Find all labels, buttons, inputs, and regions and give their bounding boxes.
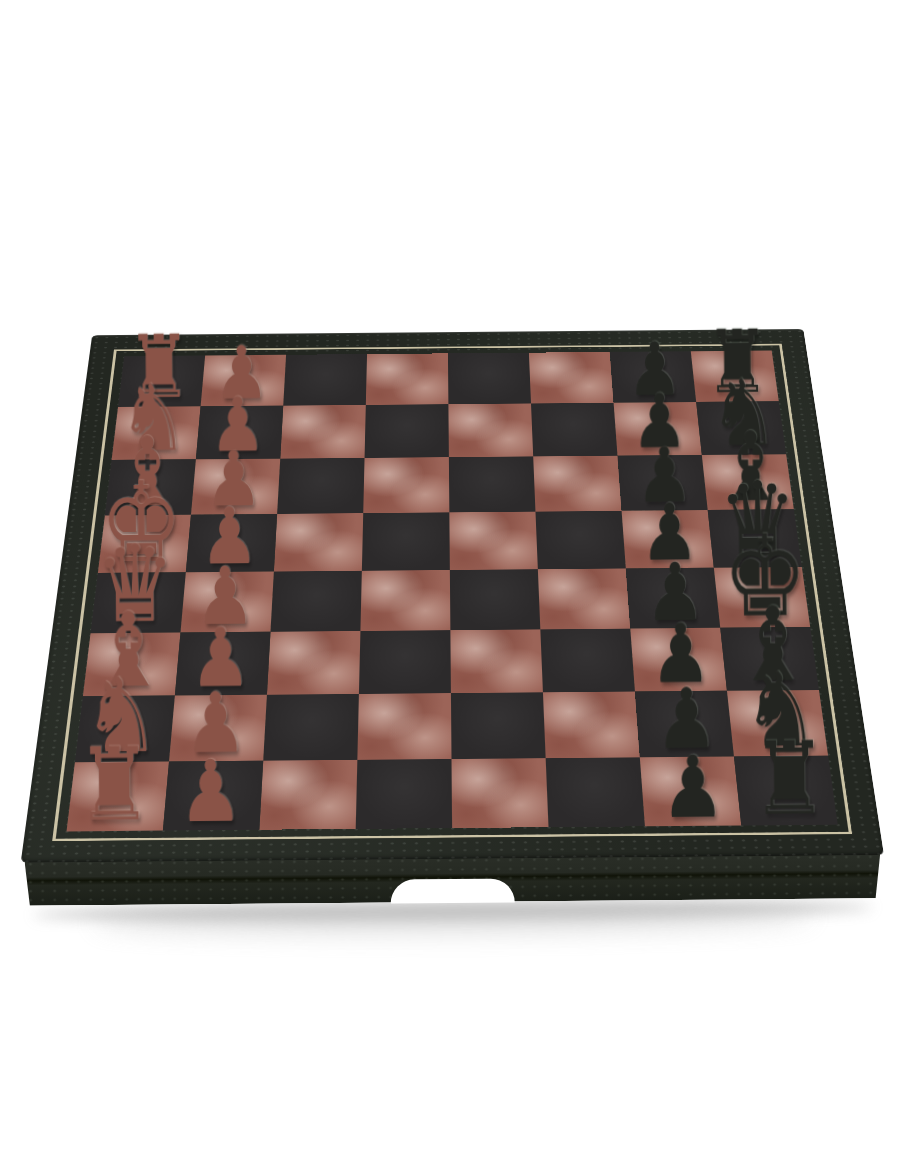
black-rook[interactable]: ♜: [751, 734, 828, 827]
square-h2[interactable]: ♟: [163, 761, 263, 831]
square-a4[interactable]: [366, 353, 449, 405]
square-f4[interactable]: [359, 630, 451, 694]
photo-stage: ♜♟♟♜♞♟♟♞♝♟♟♝♚♟♟♛♛♟♟♚♝♟♟♝♞♟♟♞♜♟♟♜: [0, 0, 900, 1174]
red-pawn[interactable]: ♟: [178, 753, 243, 832]
square-g4[interactable]: [357, 693, 451, 760]
square-h4[interactable]: [356, 759, 452, 829]
square-d5[interactable]: [449, 512, 537, 570]
square-a6[interactable]: [529, 352, 614, 404]
square-d6[interactable]: [535, 511, 625, 569]
square-f3[interactable]: [267, 631, 361, 695]
square-g3[interactable]: [263, 694, 359, 761]
red-rook[interactable]: ♜: [76, 739, 153, 832]
chess-set-scene: ♜♟♟♜♞♟♟♞♝♟♟♝♚♟♟♛♛♟♟♚♝♟♟♝♞♟♟♞♜♟♟♜: [0, 0, 900, 1174]
square-d3[interactable]: [274, 513, 363, 571]
square-a3[interactable]: [283, 354, 367, 406]
board-field: ♜♟♟♜♞♟♟♞♝♟♟♝♚♟♟♛♛♟♟♚♝♟♟♝♞♟♟♞♜♟♟♜: [66, 351, 837, 832]
square-g5[interactable]: [451, 692, 546, 759]
chess-board: ♜♟♟♜♞♟♟♞♝♟♟♝♚♟♟♛♛♟♟♚♝♟♟♝♞♟♟♞♜♟♟♜: [21, 329, 884, 863]
square-h5[interactable]: [452, 758, 549, 828]
square-b6[interactable]: [531, 403, 618, 457]
finger-notch: [391, 878, 515, 903]
square-h1[interactable]: ♜: [66, 761, 169, 831]
square-b4[interactable]: [365, 404, 449, 458]
square-h8[interactable]: ♜: [734, 756, 838, 826]
square-h3[interactable]: [259, 760, 357, 830]
black-pawn[interactable]: ♟: [660, 749, 725, 828]
square-h6[interactable]: [546, 757, 645, 827]
square-g6[interactable]: [543, 692, 640, 759]
square-e3[interactable]: [270, 571, 361, 632]
square-d4[interactable]: [362, 512, 450, 570]
square-e6[interactable]: [538, 568, 630, 629]
square-f6[interactable]: [540, 629, 635, 693]
square-b3[interactable]: [280, 405, 366, 459]
square-e5[interactable]: [450, 569, 540, 630]
square-e4[interactable]: [360, 570, 450, 631]
square-a5[interactable]: [448, 353, 531, 405]
square-h7[interactable]: ♟: [640, 757, 742, 827]
